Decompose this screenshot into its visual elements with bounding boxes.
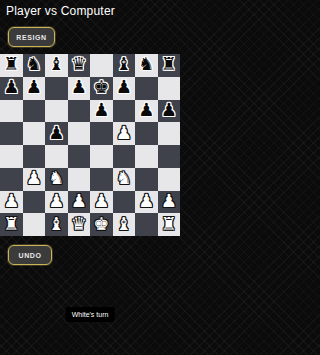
square-g8[interactable]: ♞ [135,54,158,77]
square-f6[interactable] [113,100,136,123]
white-bishop-piece: ♝ [48,215,64,233]
square-g3[interactable] [135,168,158,191]
square-d6[interactable] [68,100,91,123]
black-king-piece: ♚ [93,78,109,96]
square-h5[interactable] [158,122,181,145]
black-pawn-piece: ♟ [161,101,177,119]
square-c2[interactable]: ♟ [45,191,68,214]
square-g5[interactable] [135,122,158,145]
square-a8[interactable]: ♜ [0,54,23,77]
square-e3[interactable] [90,168,113,191]
square-a3[interactable] [0,168,23,191]
square-h7[interactable] [158,77,181,100]
square-g6[interactable]: ♟ [135,100,158,123]
white-pawn-piece: ♟ [116,124,132,142]
square-c1[interactable]: ♝ [45,213,68,236]
square-a2[interactable]: ♟ [0,191,23,214]
black-pawn-piece: ♟ [26,78,42,96]
square-c3[interactable]: ♞ [45,168,68,191]
black-rook-piece: ♜ [3,55,19,73]
square-e8[interactable] [90,54,113,77]
square-d2[interactable]: ♟ [68,191,91,214]
page-title: Player vs Computer [6,4,115,18]
square-f1[interactable]: ♝ [113,213,136,236]
black-rook-piece: ♜ [161,55,177,73]
black-pawn-piece: ♟ [116,78,132,96]
square-d7[interactable]: ♟ [68,77,91,100]
white-pawn-piece: ♟ [3,192,19,210]
square-b4[interactable] [23,145,46,168]
square-e5[interactable] [90,122,113,145]
square-f4[interactable] [113,145,136,168]
square-c7[interactable] [45,77,68,100]
square-b7[interactable]: ♟ [23,77,46,100]
resign-button[interactable]: RESIGN [8,27,55,47]
undo-button[interactable]: UNDO [8,245,52,265]
square-h1[interactable]: ♜ [158,213,181,236]
square-h4[interactable] [158,145,181,168]
square-h2[interactable]: ♟ [158,191,181,214]
chess-board[interactable]: ♜♞♝♛♝♞♜♟♟♟♚♟♟♟♟♟♟♟♞♞♟♟♟♟♟♟♜♝♛♚♝♜ [0,54,180,236]
white-pawn-piece: ♟ [138,192,154,210]
white-pawn-piece: ♟ [48,192,64,210]
black-bishop-piece: ♝ [48,55,64,73]
square-b2[interactable] [23,191,46,214]
square-c6[interactable] [45,100,68,123]
white-pawn-piece: ♟ [93,192,109,210]
square-b1[interactable] [23,213,46,236]
square-g2[interactable]: ♟ [135,191,158,214]
square-a4[interactable] [0,145,23,168]
turn-status-toast: White's turn [66,307,115,322]
square-a7[interactable]: ♟ [0,77,23,100]
white-rook-piece: ♜ [3,215,19,233]
square-f3[interactable]: ♞ [113,168,136,191]
square-h8[interactable]: ♜ [158,54,181,77]
white-rook-piece: ♜ [161,215,177,233]
white-bishop-piece: ♝ [116,215,132,233]
white-pawn-piece: ♟ [26,169,42,187]
square-e4[interactable] [90,145,113,168]
square-f2[interactable] [113,191,136,214]
black-pawn-piece: ♟ [138,101,154,119]
square-b5[interactable] [23,122,46,145]
black-knight-piece: ♞ [138,55,154,73]
square-e6[interactable]: ♟ [90,100,113,123]
white-knight-piece: ♞ [48,169,64,187]
square-e7[interactable]: ♚ [90,77,113,100]
black-pawn-piece: ♟ [48,124,64,142]
square-d4[interactable] [68,145,91,168]
square-d5[interactable] [68,122,91,145]
black-bishop-piece: ♝ [116,55,132,73]
square-b3[interactable]: ♟ [23,168,46,191]
white-pawn-piece: ♟ [71,192,87,210]
black-pawn-piece: ♟ [93,101,109,119]
square-a1[interactable]: ♜ [0,213,23,236]
square-g4[interactable] [135,145,158,168]
black-queen-piece: ♛ [71,55,87,73]
square-e1[interactable]: ♚ [90,213,113,236]
square-d8[interactable]: ♛ [68,54,91,77]
square-b8[interactable]: ♞ [23,54,46,77]
black-pawn-piece: ♟ [3,78,19,96]
square-f7[interactable]: ♟ [113,77,136,100]
square-h3[interactable] [158,168,181,191]
square-b6[interactable] [23,100,46,123]
square-a5[interactable] [0,122,23,145]
black-pawn-piece: ♟ [71,78,87,96]
square-c5[interactable]: ♟ [45,122,68,145]
square-e2[interactable]: ♟ [90,191,113,214]
black-knight-piece: ♞ [26,55,42,73]
square-c4[interactable] [45,145,68,168]
square-a6[interactable] [0,100,23,123]
square-f5[interactable]: ♟ [113,122,136,145]
square-c8[interactable]: ♝ [45,54,68,77]
white-knight-piece: ♞ [116,169,132,187]
square-d3[interactable] [68,168,91,191]
square-d1[interactable]: ♛ [68,213,91,236]
white-king-piece: ♚ [93,215,109,233]
white-pawn-piece: ♟ [161,192,177,210]
white-queen-piece: ♛ [71,215,87,233]
square-f8[interactable]: ♝ [113,54,136,77]
square-g7[interactable] [135,77,158,100]
square-h6[interactable]: ♟ [158,100,181,123]
square-g1[interactable] [135,213,158,236]
